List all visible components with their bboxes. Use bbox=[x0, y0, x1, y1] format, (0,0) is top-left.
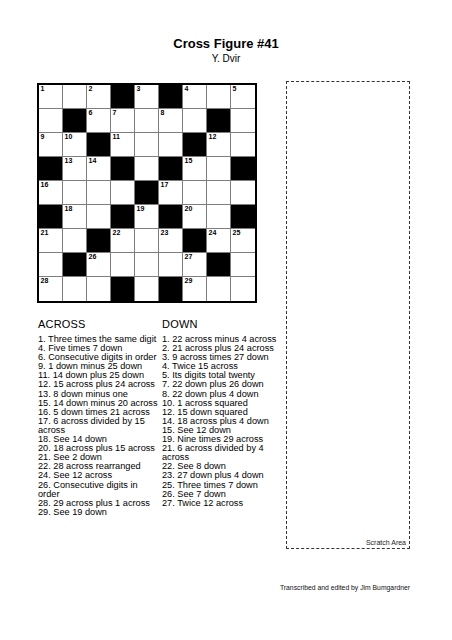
puzzle-author: Y. Dvir bbox=[0, 53, 452, 64]
entry-cell[interactable]: 1 bbox=[39, 85, 63, 109]
entry-cell[interactable] bbox=[231, 253, 255, 277]
cell-number: 6 bbox=[89, 109, 93, 117]
cell-number: 23 bbox=[161, 229, 169, 237]
blocked-cell bbox=[87, 133, 111, 157]
cell-number: 2 bbox=[89, 85, 93, 93]
credit-line: Transcribed and edited by Jim Bumgardner bbox=[280, 584, 410, 591]
blocked-cell bbox=[207, 253, 231, 277]
cell-number: 29 bbox=[185, 277, 193, 285]
puzzle-grid: 1234567891011121314151617181920212223242… bbox=[37, 83, 257, 303]
entry-cell[interactable] bbox=[111, 253, 135, 277]
cell-number: 4 bbox=[185, 85, 189, 93]
cell-number: 12 bbox=[209, 133, 217, 141]
entry-cell[interactable]: 20 bbox=[183, 205, 207, 229]
entry-cell[interactable] bbox=[159, 133, 183, 157]
blocked-cell bbox=[135, 181, 159, 205]
entry-cell[interactable] bbox=[135, 157, 159, 181]
entry-cell[interactable] bbox=[87, 277, 111, 301]
blocked-cell bbox=[111, 85, 135, 109]
entry-cell[interactable]: 7 bbox=[111, 109, 135, 133]
cell-number: 11 bbox=[113, 133, 120, 141]
clue: 26. Consecutive digits in order bbox=[38, 481, 159, 499]
entry-cell[interactable] bbox=[135, 109, 159, 133]
cell-number: 16 bbox=[41, 181, 49, 189]
down-heading: DOWN bbox=[162, 318, 198, 330]
entry-cell[interactable]: 8 bbox=[159, 109, 183, 133]
entry-cell[interactable] bbox=[183, 181, 207, 205]
cell-number: 9 bbox=[41, 133, 45, 141]
cell-number: 1 bbox=[41, 85, 45, 93]
entry-cell[interactable] bbox=[135, 133, 159, 157]
cell-number: 24 bbox=[209, 229, 217, 237]
scratch-area: Scratch Area bbox=[286, 81, 410, 549]
scratch-area-label: Scratch Area bbox=[366, 539, 406, 546]
entry-cell[interactable] bbox=[231, 181, 255, 205]
entry-cell[interactable]: 24 bbox=[207, 229, 231, 253]
entry-cell[interactable]: 4 bbox=[183, 85, 207, 109]
entry-cell[interactable]: 23 bbox=[159, 229, 183, 253]
clue: 21. 6 across divided by 4 across bbox=[162, 444, 283, 462]
entry-cell[interactable] bbox=[63, 229, 87, 253]
cell-number: 7 bbox=[113, 109, 117, 117]
entry-cell[interactable] bbox=[135, 253, 159, 277]
blocked-cell bbox=[159, 205, 183, 229]
cell-number: 22 bbox=[113, 229, 121, 237]
cell-number: 20 bbox=[185, 205, 193, 213]
entry-cell[interactable]: 27 bbox=[183, 253, 207, 277]
entry-cell[interactable] bbox=[63, 277, 87, 301]
blocked-cell bbox=[63, 253, 87, 277]
cell-number: 15 bbox=[185, 157, 193, 165]
entry-cell[interactable]: 2 bbox=[87, 85, 111, 109]
puzzle-page: Cross Figure #41 Y. Dvir 123456789101112… bbox=[0, 0, 452, 640]
blocked-cell bbox=[39, 157, 63, 181]
entry-cell[interactable]: 9 bbox=[39, 133, 63, 157]
entry-cell[interactable]: 17 bbox=[159, 181, 183, 205]
entry-cell[interactable]: 25 bbox=[231, 229, 255, 253]
blocked-cell bbox=[159, 157, 183, 181]
entry-cell[interactable] bbox=[207, 277, 231, 301]
blocked-cell bbox=[111, 277, 135, 301]
blocked-cell bbox=[111, 157, 135, 181]
entry-cell[interactable] bbox=[183, 109, 207, 133]
blocked-cell bbox=[111, 205, 135, 229]
entry-cell[interactable]: 13 bbox=[63, 157, 87, 181]
entry-cell[interactable]: 22 bbox=[111, 229, 135, 253]
entry-cell[interactable] bbox=[39, 253, 63, 277]
cell-number: 10 bbox=[65, 133, 73, 141]
cell-number: 14 bbox=[89, 157, 97, 165]
entry-cell[interactable] bbox=[207, 157, 231, 181]
entry-cell[interactable] bbox=[207, 205, 231, 229]
entry-cell[interactable]: 15 bbox=[183, 157, 207, 181]
entry-cell[interactable] bbox=[63, 85, 87, 109]
cell-number: 13 bbox=[65, 157, 73, 165]
cell-number: 5 bbox=[233, 85, 237, 93]
entry-cell[interactable]: 6 bbox=[87, 109, 111, 133]
blocked-cell bbox=[207, 109, 231, 133]
cell-number: 27 bbox=[185, 253, 193, 261]
entry-cell[interactable] bbox=[87, 181, 111, 205]
entry-cell[interactable]: 10 bbox=[63, 133, 87, 157]
entry-cell[interactable] bbox=[231, 133, 255, 157]
clue: 29. See 19 down bbox=[38, 508, 159, 517]
entry-cell[interactable] bbox=[135, 229, 159, 253]
entry-cell[interactable] bbox=[111, 181, 135, 205]
across-heading: ACROSS bbox=[38, 318, 86, 330]
entry-cell[interactable] bbox=[87, 205, 111, 229]
entry-cell[interactable]: 21 bbox=[39, 229, 63, 253]
entry-cell[interactable] bbox=[159, 253, 183, 277]
entry-cell[interactable]: 16 bbox=[39, 181, 63, 205]
across-clue-list: 1. Three times the same digit4. Five tim… bbox=[38, 335, 159, 517]
cell-number: 17 bbox=[161, 181, 169, 189]
entry-cell[interactable]: 29 bbox=[183, 277, 207, 301]
entry-cell[interactable]: 12 bbox=[207, 133, 231, 157]
clue: 17. 6 across divided by 15 across bbox=[38, 417, 159, 435]
entry-cell[interactable]: 18 bbox=[63, 205, 87, 229]
blocked-cell bbox=[87, 229, 111, 253]
cell-number: 19 bbox=[137, 205, 145, 213]
blocked-cell bbox=[159, 277, 183, 301]
blocked-cell bbox=[159, 85, 183, 109]
blocked-cell bbox=[231, 205, 255, 229]
blocked-cell bbox=[183, 229, 207, 253]
cell-number: 3 bbox=[137, 85, 141, 93]
blocked-cell bbox=[231, 157, 255, 181]
cell-number: 25 bbox=[233, 229, 241, 237]
entry-cell[interactable]: 19 bbox=[135, 205, 159, 229]
entry-cell[interactable] bbox=[231, 109, 255, 133]
blocked-cell bbox=[39, 205, 63, 229]
entry-cell[interactable]: 11 bbox=[111, 133, 135, 157]
cell-number: 21 bbox=[41, 229, 49, 237]
entry-cell[interactable]: 26 bbox=[87, 253, 111, 277]
entry-cell[interactable]: 5 bbox=[231, 85, 255, 109]
entry-cell[interactable]: 28 bbox=[39, 277, 63, 301]
entry-cell[interactable] bbox=[207, 85, 231, 109]
entry-cell[interactable] bbox=[135, 277, 159, 301]
cell-number: 18 bbox=[65, 205, 73, 213]
blocked-cell bbox=[183, 133, 207, 157]
entry-cell[interactable] bbox=[207, 181, 231, 205]
entry-cell[interactable] bbox=[63, 181, 87, 205]
puzzle-title: Cross Figure #41 bbox=[0, 36, 452, 51]
cell-number: 26 bbox=[89, 253, 97, 261]
entry-cell[interactable]: 14 bbox=[87, 157, 111, 181]
entry-cell[interactable] bbox=[39, 109, 63, 133]
clue: 27. Twice 12 across bbox=[162, 499, 283, 508]
entry-cell[interactable] bbox=[231, 277, 255, 301]
entry-cell[interactable]: 3 bbox=[135, 85, 159, 109]
blocked-cell bbox=[63, 109, 87, 133]
cell-number: 8 bbox=[161, 109, 165, 117]
cell-number: 28 bbox=[41, 277, 49, 285]
down-clue-list: 1. 22 across minus 4 across2. 21 across … bbox=[162, 335, 283, 508]
